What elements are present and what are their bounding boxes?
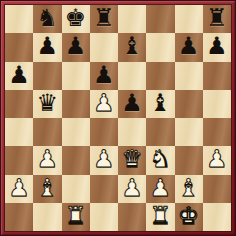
square-e2[interactable]: ♟	[118, 175, 146, 203]
square-g2[interactable]: ♝	[175, 175, 203, 203]
piece-black-knight-b8[interactable]: ♞	[37, 6, 59, 30]
square-g6[interactable]	[175, 62, 203, 90]
piece-white-pawn-d5[interactable]: ♟	[93, 91, 115, 115]
square-e1[interactable]	[118, 203, 146, 231]
square-c2[interactable]	[62, 175, 90, 203]
square-a5[interactable]	[5, 90, 33, 118]
square-h2[interactable]	[203, 175, 231, 203]
square-c7[interactable]: ♟	[62, 33, 90, 61]
square-c4[interactable]	[62, 118, 90, 146]
square-g7[interactable]: ♟	[175, 33, 203, 61]
chess-board: ♞♚♜♜♟♟♝♟♟♟♟♛♟♟♝♟♟♛♞♟♟♝♟♟♝♜♜♚	[5, 5, 231, 231]
square-g8[interactable]	[175, 5, 203, 33]
piece-black-pawn-b7[interactable]: ♟	[37, 34, 59, 58]
square-f2[interactable]: ♟	[146, 175, 174, 203]
square-e6[interactable]	[118, 62, 146, 90]
square-d4[interactable]	[90, 118, 118, 146]
square-h1[interactable]	[203, 203, 231, 231]
piece-black-bishop-f5[interactable]: ♝	[150, 91, 172, 115]
piece-black-pawn-d6[interactable]: ♟	[93, 63, 115, 87]
piece-white-rook-c1[interactable]: ♜	[65, 204, 87, 228]
square-f6[interactable]	[146, 62, 174, 90]
square-a3[interactable]	[5, 146, 33, 174]
square-b5[interactable]: ♛	[33, 90, 61, 118]
square-e3[interactable]: ♛	[118, 146, 146, 174]
square-b1[interactable]	[33, 203, 61, 231]
square-f4[interactable]	[146, 118, 174, 146]
piece-white-pawn-b3[interactable]: ♟	[37, 147, 59, 171]
square-b6[interactable]	[33, 62, 61, 90]
square-h4[interactable]	[203, 118, 231, 146]
square-d3[interactable]: ♟	[90, 146, 118, 174]
square-c8[interactable]: ♚	[62, 5, 90, 33]
square-g3[interactable]	[175, 146, 203, 174]
piece-black-queen-b5[interactable]: ♛	[37, 91, 59, 115]
piece-white-knight-f3[interactable]: ♞	[150, 147, 172, 171]
piece-white-rook-f1[interactable]: ♜	[150, 204, 172, 228]
square-b7[interactable]: ♟	[33, 33, 61, 61]
piece-white-queen-e3[interactable]: ♛	[121, 147, 143, 171]
square-h8[interactable]: ♜	[203, 5, 231, 33]
square-h3[interactable]: ♟	[203, 146, 231, 174]
piece-white-pawn-e2[interactable]: ♟	[121, 176, 143, 200]
square-d1[interactable]	[90, 203, 118, 231]
square-f7[interactable]	[146, 33, 174, 61]
board-frame: ♞♚♜♜♟♟♝♟♟♟♟♛♟♟♝♟♟♛♞♟♟♝♟♟♝♜♜♚	[0, 0, 236, 236]
piece-black-king-c8[interactable]: ♚	[65, 6, 87, 30]
square-d6[interactable]: ♟	[90, 62, 118, 90]
square-a7[interactable]	[5, 33, 33, 61]
piece-black-pawn-a6[interactable]: ♟	[8, 63, 30, 87]
piece-black-pawn-g7[interactable]: ♟	[178, 34, 200, 58]
square-d2[interactable]	[90, 175, 118, 203]
square-h6[interactable]	[203, 62, 231, 90]
square-g4[interactable]	[175, 118, 203, 146]
piece-black-rook-h8[interactable]: ♜	[206, 6, 228, 30]
piece-black-pawn-e5[interactable]: ♟	[121, 91, 143, 115]
piece-black-bishop-e7[interactable]: ♝	[121, 34, 143, 58]
square-d7[interactable]	[90, 33, 118, 61]
square-h7[interactable]: ♟	[203, 33, 231, 61]
square-e7[interactable]: ♝	[118, 33, 146, 61]
square-a1[interactable]	[5, 203, 33, 231]
square-c3[interactable]	[62, 146, 90, 174]
square-b3[interactable]: ♟	[33, 146, 61, 174]
square-a4[interactable]	[5, 118, 33, 146]
piece-white-pawn-f2[interactable]: ♟	[150, 176, 172, 200]
square-b8[interactable]: ♞	[33, 5, 61, 33]
square-e5[interactable]: ♟	[118, 90, 146, 118]
square-a6[interactable]: ♟	[5, 62, 33, 90]
square-f3[interactable]: ♞	[146, 146, 174, 174]
square-a8[interactable]	[5, 5, 33, 33]
square-g5[interactable]	[175, 90, 203, 118]
square-c1[interactable]: ♜	[62, 203, 90, 231]
piece-white-bishop-g2[interactable]: ♝	[178, 176, 200, 200]
square-a2[interactable]: ♟	[5, 175, 33, 203]
piece-white-pawn-a2[interactable]: ♟	[8, 176, 30, 200]
square-e4[interactable]	[118, 118, 146, 146]
square-f8[interactable]	[146, 5, 174, 33]
square-d5[interactable]: ♟	[90, 90, 118, 118]
square-g1[interactable]: ♚	[175, 203, 203, 231]
piece-black-rook-d8[interactable]: ♜	[93, 6, 115, 30]
piece-white-bishop-b2[interactable]: ♝	[37, 176, 59, 200]
square-d8[interactable]: ♜	[90, 5, 118, 33]
piece-white-pawn-d3[interactable]: ♟	[93, 147, 115, 171]
square-b4[interactable]	[33, 118, 61, 146]
square-h5[interactable]	[203, 90, 231, 118]
piece-white-king-g1[interactable]: ♚	[178, 204, 200, 228]
square-e8[interactable]	[118, 5, 146, 33]
piece-black-pawn-c7[interactable]: ♟	[65, 34, 87, 58]
piece-white-pawn-h3[interactable]: ♟	[206, 147, 228, 171]
square-c5[interactable]	[62, 90, 90, 118]
square-c6[interactable]	[62, 62, 90, 90]
square-f1[interactable]: ♜	[146, 203, 174, 231]
piece-black-pawn-h7[interactable]: ♟	[206, 34, 228, 58]
square-f5[interactable]: ♝	[146, 90, 174, 118]
square-b2[interactable]: ♝	[33, 175, 61, 203]
